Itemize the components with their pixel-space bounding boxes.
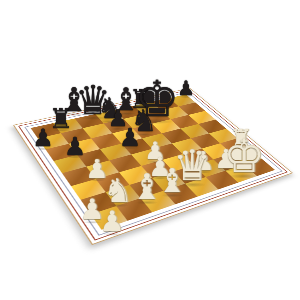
board-squares [31, 94, 275, 229]
chess-set-photo: ♟♜♝♝♛♚♞♟♜♞♟♟♜♟♟♟♟♚♟♟♛♝♝♞♟♟ [0, 0, 300, 300]
board-border [13, 88, 293, 245]
chess-board [13, 88, 293, 245]
